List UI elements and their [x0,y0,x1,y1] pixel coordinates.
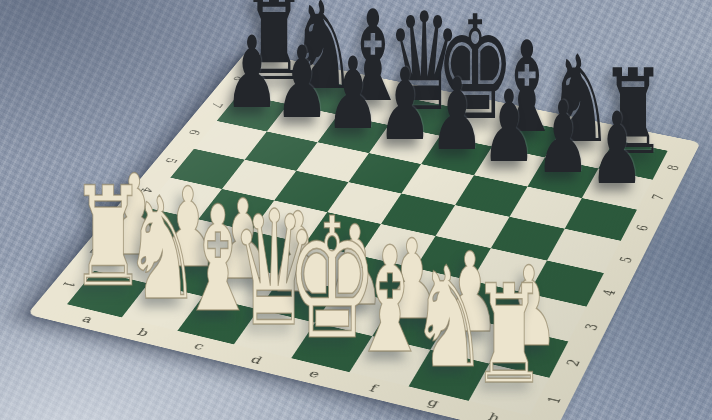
piece-black-pawn-f7[interactable]: ♟ [482,77,537,176]
piece-black-pawn-c7[interactable]: ♟ [326,44,381,143]
piece-white-rook-h1[interactable]: ♜ [471,266,546,403]
piece-black-pawn-g7[interactable]: ♟ [536,88,591,187]
chess-photo-scene: abcdefgh8877665544332211 ♜♞♝♛♚♝♞♜♟♟♟♟♟♟♟… [0,0,712,420]
pieces-layer: ♜♞♝♛♚♝♞♜♟♟♟♟♟♟♟♟♟♟♟♟♟♟♟♟♜♞♝♛♚♝♞♜ [0,0,712,420]
piece-black-pawn-b7[interactable]: ♟ [275,33,330,132]
piece-black-pawn-h7[interactable]: ♟ [590,99,645,198]
piece-black-pawn-e7[interactable]: ♟ [429,66,484,165]
piece-black-pawn-d7[interactable]: ♟ [377,55,432,154]
piece-black-pawn-a7[interactable]: ♟ [225,23,280,122]
